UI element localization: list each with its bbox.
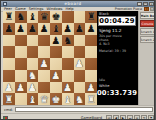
square-h1[interactable]: ♜: [85, 93, 97, 105]
engine-state-label: Idle: [99, 78, 105, 82]
square-b8[interactable]: ♞: [15, 11, 27, 23]
square-g4[interactable]: ♟: [74, 58, 86, 70]
tab-scratch-2[interactable]: Scratch 2: [140, 36, 156, 43]
square-e2[interactable]: [50, 82, 62, 94]
black-rook[interactable]: ♜: [4, 11, 13, 22]
black-bishop[interactable]: ♝: [51, 23, 60, 34]
square-e8[interactable]: ♚: [50, 11, 62, 23]
square-a1[interactable]: ♜: [3, 93, 15, 105]
square-h6[interactable]: [85, 35, 97, 47]
refresh-button[interactable]: ⟲: [141, 115, 147, 120]
square-f5[interactable]: [62, 46, 74, 58]
square-d8[interactable]: ♛: [38, 11, 50, 23]
nav-prev-button[interactable]: ◀: [113, 115, 119, 120]
white-pawn[interactable]: ♟: [51, 70, 60, 81]
black-king[interactable]: ♚: [51, 11, 60, 22]
square-b5[interactable]: [15, 46, 27, 58]
white-rook[interactable]: ♜: [87, 94, 96, 105]
square-b7[interactable]: ♟: [15, 23, 27, 35]
square-g1[interactable]: ♞: [74, 93, 86, 105]
square-f1[interactable]: ♝: [62, 93, 74, 105]
square-e7[interactable]: ♝: [50, 23, 62, 35]
square-c4[interactable]: [27, 58, 39, 70]
square-h7[interactable]: ♟: [85, 23, 97, 35]
square-f8[interactable]: [62, 11, 74, 23]
engine-status-icon: [3, 116, 8, 120]
tab-scratch-1[interactable]: Scratch 1: [140, 28, 156, 35]
side-tab-strip: Main Board Console Scratch 1 Scratch 2: [138, 11, 155, 105]
tab-main-board[interactable]: Main Board: [140, 12, 156, 19]
black-rook[interactable]: ♜: [87, 11, 96, 22]
square-c8[interactable]: ♝: [27, 11, 39, 23]
square-f7[interactable]: ♟: [62, 23, 74, 35]
tab-console[interactable]: Console: [140, 20, 156, 27]
square-c2[interactable]: ♟: [27, 82, 39, 94]
black-knight[interactable]: ♞: [16, 11, 25, 22]
chess-board[interactable]: ♜♞♝♛♚♜♟♟♟♟♝♟♟♟♟♞♟♟♞♟♟♟♟♟♟♜♝♛♚♝♞♜: [3, 11, 97, 105]
square-b3[interactable]: [15, 70, 27, 82]
eboard-window: eboard _ □ × Peer Game Settings Windows …: [0, 0, 155, 120]
black-pawn[interactable]: ♟: [28, 23, 37, 34]
square-b4[interactable]: [15, 58, 27, 70]
square-a8[interactable]: ♜: [3, 11, 15, 23]
square-a5[interactable]: [3, 46, 15, 58]
window-title: eboard: [9, 2, 137, 6]
command-label: cmd:: [4, 108, 13, 112]
black-pawn[interactable]: ♟: [51, 35, 60, 46]
black-pawn[interactable]: ♟: [75, 23, 84, 34]
square-h4[interactable]: [85, 58, 97, 70]
command-row: cmd:: [1, 105, 155, 113]
white-rook[interactable]: ♜: [4, 94, 13, 105]
status-bar: GameBoard ⏮ ◀ ▶ ⏭ ≡ ⟲ ⚑: [1, 113, 155, 120]
square-c6[interactable]: [27, 35, 39, 47]
white-pawn[interactable]: ♟: [63, 82, 72, 93]
square-e6[interactable]: ♟: [50, 35, 62, 47]
square-e3[interactable]: ♟: [50, 70, 62, 82]
black-clock: 00:04.29: [98, 16, 136, 26]
last-move-label: 4. Nc3: [99, 42, 110, 46]
black-pawn[interactable]: ♟: [16, 23, 25, 34]
white-pawn[interactable]: ♟: [40, 58, 49, 69]
square-a3[interactable]: [3, 70, 15, 82]
square-b1[interactable]: [15, 93, 27, 105]
square-a4[interactable]: [3, 58, 15, 70]
flag-button[interactable]: ⚑: [148, 115, 154, 120]
square-a6[interactable]: [3, 35, 15, 47]
black-queen[interactable]: ♛: [40, 11, 49, 22]
square-g3[interactable]: [74, 70, 86, 82]
square-b2[interactable]: ♟: [15, 82, 27, 94]
square-b6[interactable]: [15, 35, 27, 47]
square-h5[interactable]: [85, 46, 97, 58]
engine-name: Sjeng 11.2: [99, 28, 121, 33]
square-c7[interactable]: ♟: [27, 23, 39, 35]
black-knight[interactable]: ♞: [63, 35, 72, 46]
nav-last-button[interactable]: ⏭: [127, 115, 133, 120]
engine-info-panel: Black 00:04.29 Sjeng 11.2 30s per move c…: [97, 11, 138, 105]
white-pawn[interactable]: ♟: [16, 82, 25, 93]
black-pawn[interactable]: ♟: [40, 23, 49, 34]
square-f2[interactable]: ♟: [62, 82, 74, 94]
white-knight[interactable]: ♞: [28, 70, 37, 81]
white-bishop[interactable]: ♝: [63, 94, 72, 105]
square-h8[interactable]: ♜: [85, 11, 97, 23]
white-pawn[interactable]: ♟: [28, 82, 37, 93]
square-c5[interactable]: [27, 46, 39, 58]
square-f6[interactable]: ♞: [62, 35, 74, 47]
nav-first-button[interactable]: ⏮: [106, 115, 112, 120]
square-c1[interactable]: ♝: [27, 93, 39, 105]
square-d3[interactable]: [38, 70, 50, 82]
white-queen[interactable]: ♛: [40, 94, 49, 105]
square-d4[interactable]: ♟: [38, 58, 50, 70]
nav-next-button[interactable]: ▶: [120, 115, 126, 120]
white-pawn[interactable]: ♟: [87, 82, 96, 93]
square-g7[interactable]: ♟: [74, 23, 86, 35]
move-list-button[interactable]: ≡: [134, 115, 140, 120]
square-e1[interactable]: ♚: [50, 93, 62, 105]
square-d6[interactable]: [38, 35, 50, 47]
black-bishop[interactable]: ♝: [28, 11, 37, 22]
gameboard-label: GameBoard: [81, 116, 102, 120]
square-h2[interactable]: ♟: [85, 82, 97, 94]
square-g8[interactable]: [74, 11, 86, 23]
square-f3[interactable]: [62, 70, 74, 82]
white-bishop[interactable]: ♝: [28, 94, 37, 105]
square-d2[interactable]: [38, 82, 50, 94]
square-a7[interactable]: ♟: [3, 23, 15, 35]
black-pawn[interactable]: ♟: [4, 23, 13, 34]
square-d7[interactable]: ♟: [38, 23, 50, 35]
square-a2[interactable]: ♟: [3, 82, 15, 94]
maximize-button[interactable]: □: [143, 2, 148, 6]
square-g2[interactable]: [74, 82, 86, 94]
square-d1[interactable]: ♛: [38, 93, 50, 105]
minimize-button[interactable]: _: [137, 2, 142, 6]
white-pawn[interactable]: ♟: [4, 82, 13, 93]
command-input[interactable]: [15, 107, 153, 112]
material-label: Material: 39 : 39: [99, 49, 126, 53]
square-f4[interactable]: [62, 58, 74, 70]
white-knight[interactable]: ♞: [75, 94, 84, 105]
square-g6[interactable]: [74, 35, 86, 47]
square-e5[interactable]: [50, 46, 62, 58]
black-pawn[interactable]: ♟: [63, 23, 72, 34]
black-pawn[interactable]: ♟: [87, 23, 96, 34]
white-clock: 00:33.739: [98, 88, 136, 98]
white-pawn[interactable]: ♟: [75, 58, 84, 69]
white-king[interactable]: ♚: [51, 94, 60, 105]
close-button[interactable]: ×: [149, 2, 154, 6]
square-g5[interactable]: [74, 46, 86, 58]
window-icon: [3, 2, 7, 6]
square-c3[interactable]: ♞: [27, 70, 39, 82]
square-e4[interactable]: [50, 58, 62, 70]
square-h3[interactable]: [85, 70, 97, 82]
square-d5[interactable]: [38, 46, 50, 58]
